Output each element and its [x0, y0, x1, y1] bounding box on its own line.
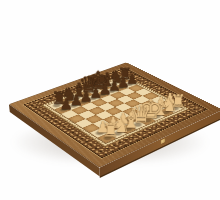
piece-white-rook[interactable]: ♜	[102, 121, 119, 140]
brass-clasp	[161, 138, 166, 144]
product-photo-scene: ♜♞♝♛♚♝♞♜♟♟♟♟♟♟♟♟♟♟♟♟♟♟♟♟♜♞♝♛♚♝♞♜	[0, 0, 220, 200]
piece-black-pawn[interactable]: ♟	[59, 97, 72, 112]
